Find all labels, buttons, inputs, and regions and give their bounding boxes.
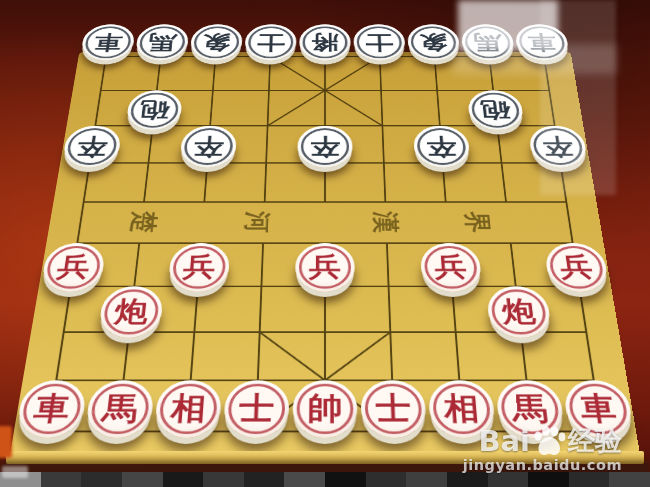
piece-glyph: 車 [15, 380, 88, 437]
piece-black-chariot[interactable]: 車 [514, 24, 571, 60]
piece-black-advisor[interactable]: 士 [353, 24, 406, 60]
piece-glyph: 砲 [467, 90, 525, 130]
piece-black-soldier[interactable]: 卒 [297, 126, 353, 168]
watermark-brand-prefix: Bai [478, 426, 530, 456]
piece-glyph: 兵 [40, 243, 107, 292]
corner-artifact [2, 466, 28, 478]
censor-block [569, 472, 610, 487]
piece-glyph: 士 [353, 24, 406, 60]
censor-block [203, 472, 244, 487]
piece-glyph: 相 [154, 380, 223, 437]
piece-red-cannon[interactable]: 炮 [97, 286, 164, 337]
piece-glyph: 兵 [167, 243, 230, 292]
piece-glyph: 車 [79, 24, 136, 60]
censor-block [163, 472, 204, 487]
table-highlight [0, 426, 12, 458]
watermark-brand-suffix: 经验 [568, 426, 622, 456]
piece-black-cannon[interactable]: 砲 [125, 90, 183, 130]
censor-block [325, 472, 366, 487]
piece-red-horse[interactable]: 馬 [84, 380, 155, 437]
baidu-paw-icon [532, 426, 566, 456]
piece-black-general[interactable]: 將 [299, 24, 351, 60]
piece-black-advisor[interactable]: 士 [244, 24, 297, 60]
piece-red-chariot[interactable]: 車 [15, 380, 88, 437]
piece-glyph: 卒 [413, 126, 471, 168]
pieces-layer: 車馬象士將士象馬車砲砲卒卒卒卒卒兵兵兵兵兵炮炮車馬相士帥士相馬車 [9, 40, 640, 458]
watermark-url: jingyan.baidu.com [463, 457, 622, 473]
censor-block [447, 472, 488, 487]
piece-red-soldier[interactable]: 兵 [40, 243, 107, 292]
piece-glyph: 士 [223, 380, 290, 437]
piece-red-soldier[interactable]: 兵 [167, 243, 230, 292]
piece-black-soldier[interactable]: 卒 [528, 126, 589, 168]
piece-glyph: 馬 [460, 24, 515, 60]
piece-red-soldier[interactable]: 兵 [420, 243, 483, 292]
piece-glyph: 象 [407, 24, 461, 60]
piece-black-elephant[interactable]: 象 [407, 24, 461, 60]
piece-glyph: 砲 [125, 90, 183, 130]
piece-glyph: 士 [244, 24, 297, 60]
censor-block [406, 472, 447, 487]
piece-glyph: 卒 [297, 126, 353, 168]
piece-glyph: 士 [361, 380, 428, 437]
piece-glyph: 卒 [61, 126, 122, 168]
piece-black-horse[interactable]: 馬 [460, 24, 515, 60]
piece-glyph: 炮 [97, 286, 164, 337]
censor-block [81, 472, 122, 487]
piece-glyph: 卒 [528, 126, 589, 168]
piece-black-chariot[interactable]: 車 [79, 24, 136, 60]
piece-red-elephant[interactable]: 相 [154, 380, 223, 437]
piece-black-soldier[interactable]: 卒 [179, 126, 237, 168]
piece-red-soldier[interactable]: 兵 [295, 243, 355, 292]
piece-glyph: 兵 [295, 243, 355, 292]
piece-glyph: 車 [514, 24, 571, 60]
xiangqi-photo: 楚 河 漢 界 車馬象士將士象馬車砲砲卒卒卒卒卒兵兵兵兵兵炮炮車馬相士帥士相馬車… [0, 0, 650, 487]
piece-glyph: 炮 [486, 286, 553, 337]
censor-block [244, 472, 285, 487]
piece-black-horse[interactable]: 馬 [134, 24, 189, 60]
piece-red-general[interactable]: 帥 [292, 380, 357, 437]
piece-glyph: 卒 [179, 126, 237, 168]
censor-block [488, 472, 529, 487]
piece-red-cannon[interactable]: 炮 [486, 286, 553, 337]
piece-black-soldier[interactable]: 卒 [413, 126, 471, 168]
piece-glyph: 象 [189, 24, 243, 60]
piece-black-elephant[interactable]: 象 [189, 24, 243, 60]
piece-black-soldier[interactable]: 卒 [61, 126, 122, 168]
piece-red-advisor[interactable]: 士 [223, 380, 290, 437]
piece-glyph: 將 [299, 24, 351, 60]
pixelated-censor-bar [0, 472, 650, 487]
piece-glyph: 帥 [292, 380, 357, 437]
baidu-watermark: Bai 经验 jingyan.baidu.com [463, 426, 622, 473]
censor-block [609, 472, 650, 487]
piece-glyph: 兵 [420, 243, 483, 292]
censor-block [41, 472, 82, 487]
censor-block [366, 472, 407, 487]
piece-red-advisor[interactable]: 士 [361, 380, 428, 437]
xiangqi-board: 楚 河 漢 界 車馬象士將士象馬車砲砲卒卒卒卒卒兵兵兵兵兵炮炮車馬相士帥士相馬車 [10, 52, 640, 454]
censor-block [122, 472, 163, 487]
censor-block [528, 472, 569, 487]
piece-glyph: 馬 [84, 380, 155, 437]
piece-red-soldier[interactable]: 兵 [543, 243, 610, 292]
piece-black-cannon[interactable]: 砲 [467, 90, 525, 130]
piece-glyph: 馬 [134, 24, 189, 60]
piece-glyph: 兵 [543, 243, 610, 292]
censor-block [284, 472, 325, 487]
